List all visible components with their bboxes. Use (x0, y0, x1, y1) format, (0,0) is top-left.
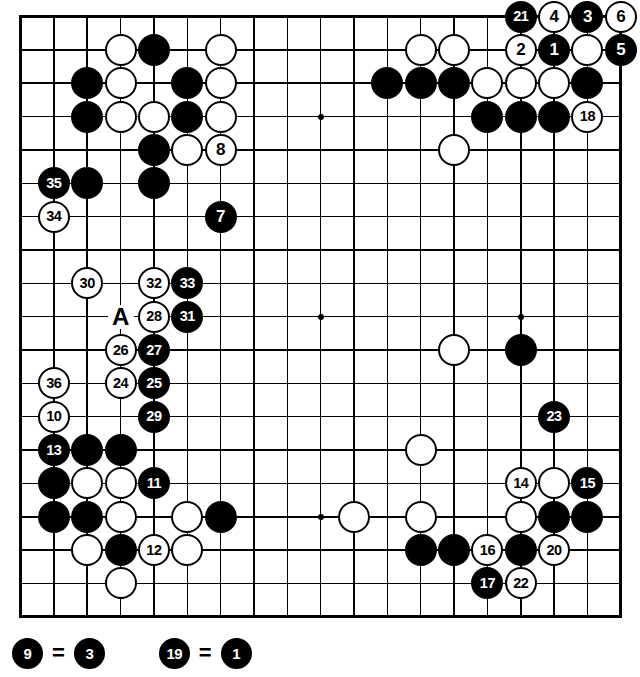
stone-black-35: 35 (38, 167, 70, 199)
stone-black (138, 34, 170, 66)
stone-black-5: 5 (605, 34, 637, 66)
stone-black (71, 434, 103, 466)
stone-white-30: 30 (71, 267, 103, 299)
stone-black-11: 11 (138, 467, 170, 499)
stone-black (438, 534, 470, 566)
stone-black (38, 501, 70, 533)
stone-black (71, 67, 103, 99)
stone-black-17: 17 (471, 567, 503, 599)
stone-black (505, 334, 537, 366)
star-point (518, 314, 524, 320)
caption-spacer (114, 653, 150, 654)
stone-white-18: 18 (571, 101, 603, 133)
stone-white (205, 34, 237, 66)
stone-white (438, 34, 470, 66)
grid-line-horizontal (19, 416, 622, 418)
stone-black (438, 67, 470, 99)
stone-white (505, 501, 537, 533)
stone-white (471, 67, 503, 99)
stone-black (138, 167, 170, 199)
stone-white (105, 501, 137, 533)
stone-black (471, 101, 503, 133)
star-point (318, 514, 324, 520)
stone-white (171, 501, 203, 533)
grid-line-vertical (453, 15, 455, 618)
stone-white (105, 567, 137, 599)
stone-white-20: 20 (538, 534, 570, 566)
stone-white-26: 26 (105, 334, 137, 366)
stone-black (105, 434, 137, 466)
stone-black (71, 501, 103, 533)
stone-white-6: 6 (605, 1, 637, 33)
stone-white-14: 14 (505, 467, 537, 499)
stone-black-7: 7 (205, 201, 237, 233)
stone-white (138, 101, 170, 133)
caption-stone-19: 19 (159, 638, 190, 669)
stone-black (538, 501, 570, 533)
stone-white-36: 36 (38, 367, 70, 399)
go-diagram-page: { "game": "go", "board": { "size": 19, "… (0, 0, 640, 677)
stone-black-21: 21 (505, 1, 537, 33)
stone-white (405, 34, 437, 66)
stone-black-31: 31 (171, 301, 203, 333)
stone-black (505, 534, 537, 566)
stone-black (105, 534, 137, 566)
stone-black (171, 67, 203, 99)
stone-white (538, 467, 570, 499)
stone-black (571, 67, 603, 99)
stone-white (105, 101, 137, 133)
stone-black (571, 501, 603, 533)
star-point (318, 314, 324, 320)
stone-black-13: 13 (38, 434, 70, 466)
stone-white-34: 34 (38, 201, 70, 233)
stone-black-33: 33 (171, 267, 203, 299)
stone-white (538, 67, 570, 99)
go-board: 2143621518835347303233283126273624251029… (0, 0, 640, 640)
stone-black (171, 101, 203, 133)
stone-white-22: 22 (505, 567, 537, 599)
stone-black-1: 1 (538, 34, 570, 66)
stone-white (171, 134, 203, 166)
grid-line-vertical (619, 15, 622, 618)
stone-white (71, 534, 103, 566)
stone-white (405, 434, 437, 466)
stone-white-4: 4 (538, 1, 570, 33)
stone-black (405, 534, 437, 566)
stone-black-29: 29 (138, 401, 170, 433)
stone-white (505, 67, 537, 99)
equals-sign: = (52, 640, 65, 666)
stone-black (538, 101, 570, 133)
stone-black (38, 467, 70, 499)
stone-black-27: 27 (138, 334, 170, 366)
stone-white (338, 501, 370, 533)
stone-white (171, 534, 203, 566)
stone-white-2: 2 (505, 34, 537, 66)
stone-black-23: 23 (538, 401, 570, 433)
stone-black (505, 101, 537, 133)
grid-line-horizontal (19, 615, 622, 618)
caption-stone-9: 9 (12, 638, 43, 669)
stone-white-8: 8 (205, 134, 237, 166)
stone-black-3: 3 (571, 1, 603, 33)
point-label-A: A (108, 305, 134, 329)
equals-sign: = (199, 640, 212, 666)
stone-white (571, 34, 603, 66)
stone-white (205, 101, 237, 133)
stone-white-24: 24 (105, 367, 137, 399)
stone-white (105, 34, 137, 66)
caption-stone-3: 3 (74, 638, 105, 669)
stone-black-15: 15 (571, 467, 603, 499)
stone-white (71, 467, 103, 499)
star-point (318, 114, 324, 120)
grid-line-vertical (387, 15, 389, 618)
stone-white (105, 67, 137, 99)
stone-black (71, 101, 103, 133)
stone-black (205, 501, 237, 533)
stone-black (371, 67, 403, 99)
stone-black (138, 134, 170, 166)
stone-black (405, 67, 437, 99)
stone-black-25: 25 (138, 367, 170, 399)
stone-white-28: 28 (138, 301, 170, 333)
stone-white-12: 12 (138, 534, 170, 566)
stone-black (71, 167, 103, 199)
caption-stone-1: 1 (221, 638, 252, 669)
stone-white (205, 67, 237, 99)
stone-white-10: 10 (38, 401, 70, 433)
stone-white-32: 32 (138, 267, 170, 299)
stone-white (438, 334, 470, 366)
stone-white (105, 467, 137, 499)
stone-white-16: 16 (471, 534, 503, 566)
move-equivalence-caption: 9 = 3 19 = 1 (12, 636, 252, 670)
stone-white (405, 501, 437, 533)
stone-white (438, 134, 470, 166)
